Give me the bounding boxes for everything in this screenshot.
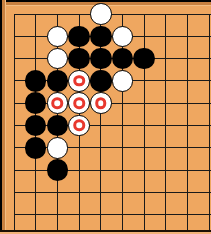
white-stone: ○	[112, 26, 134, 48]
black-stone: ●	[25, 115, 47, 137]
stones: ○○●●○○●●●●●●○●○●○○○●●○●○●	[0, 0, 211, 234]
white-stone: ○	[112, 70, 134, 92]
white-stone-circled: ○	[90, 92, 112, 114]
circle-mark-icon	[52, 97, 64, 109]
white-stone-circled: ○	[68, 115, 90, 137]
black-stone: ●	[90, 70, 112, 92]
black-stone: ●	[25, 70, 47, 92]
circle-mark-icon	[73, 120, 85, 132]
board-cut-bottom	[0, 230, 211, 234]
black-stone: ●	[68, 48, 90, 70]
black-stone: ●	[47, 159, 69, 181]
black-stone: ●	[47, 115, 69, 137]
black-stone: ●	[112, 48, 134, 70]
circle-mark-icon	[95, 97, 107, 109]
black-stone: ●	[90, 48, 112, 70]
circle-mark-icon	[73, 97, 85, 109]
black-stone: ●	[90, 26, 112, 48]
go-diagram: ○○●●○○●●●●●●○●○●○○○●●○●○●	[0, 0, 211, 234]
white-stone: ○	[47, 26, 69, 48]
black-stone: ●	[47, 70, 69, 92]
white-stone-circled: ○	[47, 92, 69, 114]
white-stone-circled: ○	[68, 92, 90, 114]
black-stone: ●	[133, 48, 155, 70]
black-stone: ●	[68, 26, 90, 48]
white-stone: ○	[47, 48, 69, 70]
black-stone: ●	[25, 92, 47, 114]
white-stone: ○	[90, 3, 112, 25]
white-stone-circled: ○	[68, 70, 90, 92]
white-stone: ○	[47, 137, 69, 159]
circle-mark-icon	[73, 75, 85, 87]
black-stone: ●	[25, 137, 47, 159]
